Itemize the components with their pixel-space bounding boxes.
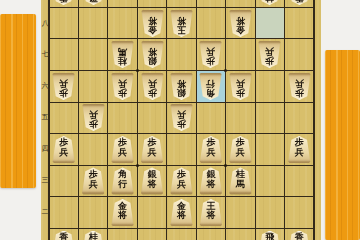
piece-kanji: 将 [177, 211, 186, 221]
star-point [224, 164, 227, 167]
piece-9六[interactable]: 歩兵 [288, 73, 311, 100]
piece-7三[interactable]: 桂馬 [229, 167, 252, 194]
grid-line [49, 70, 314, 71]
piece-1四[interactable]: 歩兵 [52, 136, 75, 163]
grid-line [49, 165, 314, 166]
piece-6二[interactable]: 王将 [199, 199, 222, 226]
piece-kanji: 金 [148, 25, 157, 35]
piece-kanji: 兵 [265, 46, 274, 56]
piece-kanji: 歩 [236, 88, 245, 98]
star-point [136, 164, 139, 167]
grid-line [313, 0, 315, 240]
piece-kanji: 将 [148, 15, 157, 25]
piece-kanji: 将 [236, 15, 245, 25]
piece-2九[interactable]: 飛車 [82, 0, 105, 5]
grid-line [78, 0, 79, 240]
piece-4六[interactable]: 歩兵 [141, 73, 164, 100]
piece-8一[interactable]: 飛車 [258, 231, 281, 240]
piece-7四[interactable]: 歩兵 [229, 136, 252, 163]
rank-label-六: 六 [41, 82, 49, 91]
piece-kanji: 将 [177, 78, 186, 88]
piece-kanji: 銀 [148, 56, 157, 66]
piece-6三[interactable]: 銀将 [199, 167, 222, 194]
piece-kanji: 香 [59, 0, 68, 3]
piece-5八[interactable]: 玉将 [170, 10, 193, 37]
grid-line [255, 0, 256, 240]
piece-4七[interactable]: 銀将 [141, 41, 164, 68]
piece-7八[interactable]: 金将 [229, 10, 252, 37]
piece-4三[interactable]: 銀将 [141, 167, 164, 194]
grid-line [225, 0, 226, 240]
piece-6四[interactable]: 歩兵 [199, 136, 222, 163]
piece-kanji: 兵 [59, 78, 68, 88]
grid-line [49, 38, 314, 39]
piece-5二[interactable]: 金将 [170, 199, 193, 226]
piece-3四[interactable]: 歩兵 [111, 136, 134, 163]
piece-6七[interactable]: 歩兵 [199, 41, 222, 68]
piece-kanji: 兵 [118, 78, 127, 88]
piece-kanji: 兵 [148, 78, 157, 88]
rank-label-三: 三 [41, 176, 49, 185]
rank-label-七: 七 [41, 50, 49, 59]
piece-kanji: 歩 [177, 119, 186, 129]
shogi-app-screen: 八七六五四三二香車桂馬飛車香車金将玉将金将歩兵歩兵銀将桂馬歩兵歩兵角行銀将歩兵歩… [0, 0, 360, 240]
grid-line [49, 228, 314, 229]
piece-kanji: 兵 [118, 148, 127, 158]
rank-label-八: 八 [41, 19, 49, 28]
piece-kanji: 歩 [59, 88, 68, 98]
piece-4八[interactable]: 金将 [141, 10, 164, 37]
piece-5三[interactable]: 歩兵 [170, 167, 193, 194]
piece-5五[interactable]: 歩兵 [170, 104, 193, 131]
rank-label-四: 四 [41, 145, 49, 154]
piece-kanji: 桂 [265, 0, 274, 3]
piece-kanji: 歩 [265, 56, 274, 66]
star-point [224, 69, 227, 72]
piece-kanji: 行 [118, 180, 127, 190]
piece-kanji: 香 [295, 233, 304, 240]
piece-kanji: 将 [177, 15, 186, 25]
piece-3三[interactable]: 角行 [111, 167, 134, 194]
piece-kanji: 銀 [177, 88, 186, 98]
grid-line [137, 0, 138, 240]
piece-kanji: 歩 [206, 56, 215, 66]
piece-kanji: 将 [148, 46, 157, 56]
piece-kanji: 将 [206, 211, 215, 221]
piece-kanji: 歩 [295, 88, 304, 98]
piece-8七[interactable]: 歩兵 [258, 41, 281, 68]
piece-kanji: 兵 [148, 148, 157, 158]
piece-kanji: 歩 [118, 88, 127, 98]
piece-kanji: 兵 [206, 148, 215, 158]
piece-kanji: 歩 [89, 119, 98, 129]
piece-kanji: 角 [206, 88, 215, 98]
piece-kanji: 桂 [118, 56, 127, 66]
piece-kanji: 兵 [295, 148, 304, 158]
piece-kanji: 兵 [89, 180, 98, 190]
right-piece-stand[interactable] [325, 50, 360, 240]
piece-kanji: 兵 [59, 148, 68, 158]
piece-kanji: 玉 [177, 25, 186, 35]
star-point [136, 69, 139, 72]
piece-kanji: 将 [118, 211, 127, 221]
grid-line [49, 7, 314, 8]
piece-kanji: 兵 [177, 110, 186, 120]
grid-line [284, 0, 285, 240]
piece-kanji: 馬 [236, 180, 245, 190]
piece-kanji: 兵 [295, 78, 304, 88]
piece-kanji: 兵 [177, 180, 186, 190]
piece-kanji: 兵 [206, 46, 215, 56]
piece-5六[interactable]: 銀将 [170, 73, 193, 100]
grid-line [49, 102, 314, 103]
shogi-board[interactable]: 八七六五四三二香車桂馬飛車香車金将玉将金将歩兵歩兵銀将桂馬歩兵歩兵角行銀将歩兵歩… [41, 0, 321, 240]
piece-kanji: 兵 [236, 78, 245, 88]
piece-kanji: 兵 [236, 148, 245, 158]
piece-kanji: 香 [59, 233, 68, 240]
piece-3二[interactable]: 金将 [111, 199, 134, 226]
piece-9一[interactable]: 香車 [288, 231, 311, 240]
piece-1一[interactable]: 香車 [52, 231, 75, 240]
piece-3七[interactable]: 桂馬 [111, 41, 134, 68]
piece-kanji: 金 [236, 25, 245, 35]
piece-kanji: 馬 [118, 46, 127, 56]
piece-1九[interactable]: 香車 [52, 0, 75, 5]
piece-kanji: 兵 [89, 110, 98, 120]
grid-line [196, 0, 197, 240]
grid-line [49, 196, 314, 197]
piece-8九[interactable]: 桂馬 [258, 0, 281, 5]
rank-label-五: 五 [41, 113, 49, 122]
piece-9九[interactable]: 香車 [288, 0, 311, 5]
piece-2三[interactable]: 歩兵 [82, 167, 105, 194]
piece-kanji: 歩 [148, 88, 157, 98]
grid-line [166, 0, 167, 240]
grid-line [49, 133, 314, 134]
left-piece-stand[interactable] [0, 14, 36, 188]
piece-kanji: 将 [206, 180, 215, 190]
piece-9四[interactable]: 歩兵 [288, 136, 311, 163]
piece-7六[interactable]: 歩兵 [229, 73, 252, 100]
square-highlight-last-move-from [256, 8, 284, 39]
piece-3六[interactable]: 歩兵 [111, 73, 134, 100]
piece-kanji: 飛 [89, 0, 98, 3]
piece-kanji: 将 [148, 180, 157, 190]
rank-label-二: 二 [41, 208, 49, 217]
piece-4四[interactable]: 歩兵 [141, 136, 164, 163]
piece-kanji: 桂 [89, 233, 98, 240]
piece-kanji: 飛 [265, 233, 274, 240]
piece-2五[interactable]: 歩兵 [82, 104, 105, 131]
piece-1六[interactable]: 歩兵 [52, 73, 75, 100]
piece-kanji: 行 [206, 78, 215, 88]
piece-kanji: 香 [295, 0, 304, 3]
grid-line [107, 0, 108, 240]
piece-2一[interactable]: 桂馬 [82, 231, 105, 240]
